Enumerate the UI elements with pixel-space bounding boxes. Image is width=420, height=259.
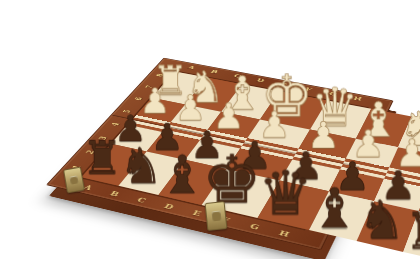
black-bishop[interactable]: ♝: [159, 148, 206, 200]
file-label-c: C: [125, 194, 157, 206]
black-rook[interactable]: ♜: [405, 206, 420, 257]
brass-clasp-left-icon: [63, 167, 85, 194]
black-rook[interactable]: ♜: [82, 136, 123, 182]
file-label-h: H: [267, 227, 301, 241]
black-queen[interactable]: ♛: [258, 164, 312, 225]
file-label-g: G: [238, 220, 271, 233]
black-knight[interactable]: ♞: [119, 141, 163, 190]
brass-clasp-center-icon: [205, 201, 228, 231]
black-knight[interactable]: ♞: [358, 193, 406, 246]
file-label-d: D: [153, 200, 185, 213]
square-h1[interactable]: ♜: [404, 211, 420, 259]
black-bishop[interactable]: ♝: [310, 181, 359, 236]
chess-set-photo: ABCDEFGH ABCDEFGH 87654321 87654321 ♜♞♝♚…: [0, 0, 420, 259]
